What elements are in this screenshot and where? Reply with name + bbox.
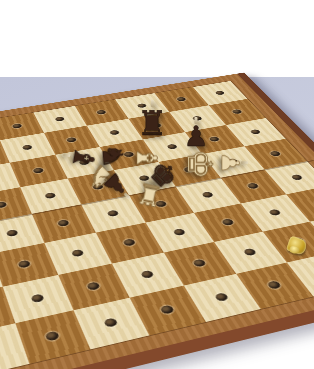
peg-hole (136, 103, 147, 108)
peg-hole (6, 229, 19, 237)
peg-hole (214, 90, 225, 95)
peg-hole (138, 175, 150, 182)
peg-hole (268, 209, 282, 216)
peg-hole (249, 129, 261, 135)
peg-hole (214, 292, 229, 302)
peg-hole (183, 167, 195, 173)
peg-hole (290, 174, 303, 181)
peg-hole (269, 151, 282, 157)
peg-hole (208, 136, 220, 142)
peg-hole (201, 191, 214, 198)
peg-hole (0, 201, 7, 208)
peg-hole (227, 158, 239, 164)
peg-hole (231, 109, 242, 114)
peg-hole (155, 200, 168, 207)
peg-hole (192, 259, 206, 268)
peg-hole (176, 97, 187, 102)
peg-hole (78, 159, 90, 165)
peg-hole (92, 183, 104, 190)
peg-hole (54, 116, 65, 121)
peg-hole (86, 281, 100, 290)
peg-hole (45, 331, 60, 342)
peg-hole (192, 116, 203, 121)
peg-hole (267, 280, 282, 289)
peg-hole (140, 270, 154, 279)
peg-hole (44, 192, 56, 199)
peg-hole (66, 137, 77, 143)
peg-hole (160, 305, 175, 315)
peg-hole (123, 151, 135, 157)
photo-canvas: ♜♟♝♞♞♟♝♚♚♟♜ (0, 0, 314, 369)
peg-hole (313, 199, 314, 206)
peg-hole (103, 317, 118, 327)
peg-hole (18, 260, 31, 269)
peg-hole (12, 123, 23, 129)
peg-hole (109, 130, 120, 136)
peg-hole (96, 110, 107, 115)
peg-hole (30, 293, 44, 303)
peg-hole (166, 144, 178, 150)
chess-box-frame (0, 73, 314, 369)
peg-hole (57, 219, 70, 227)
peg-hole (221, 218, 235, 226)
peg-hole (71, 249, 85, 257)
peg-hole (246, 183, 259, 190)
board-scene (0, 73, 314, 369)
peg-hole (106, 210, 119, 217)
peg-hole (33, 167, 45, 173)
peg-hole (243, 248, 258, 256)
peg-hole (123, 238, 137, 246)
peg-hole (173, 228, 187, 236)
peg-hole (151, 123, 162, 129)
board-grid (0, 81, 314, 369)
peg-hole (22, 144, 33, 150)
